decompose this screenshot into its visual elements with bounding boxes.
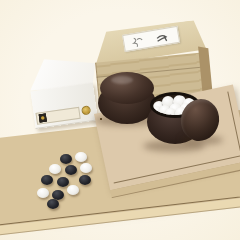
go-stone-white [80, 163, 92, 173]
go-stone-black [47, 199, 59, 209]
go-stone-black [79, 175, 91, 185]
go-stone-black [65, 165, 77, 175]
go-stone-white [67, 185, 79, 195]
board-stones-layer [0, 0, 240, 240]
go-stone-white [75, 152, 87, 162]
go-stone-black [57, 177, 69, 187]
go-stone-black [41, 175, 53, 185]
go-stone-black [60, 154, 72, 164]
go-stone-white [49, 164, 61, 174]
go-stone-white [37, 188, 49, 198]
go-set-photo [0, 0, 240, 240]
